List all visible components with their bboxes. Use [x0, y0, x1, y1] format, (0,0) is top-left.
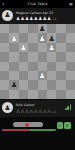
white-pawn[interactable]: ♟	[39, 71, 46, 80]
square-g7[interactable]	[56, 33, 65, 42]
white-pawn[interactable]: ♟	[39, 34, 46, 43]
square-d8[interactable]	[28, 24, 37, 33]
square-g3[interactable]	[56, 71, 65, 80]
vote-bar	[2, 129, 56, 132]
captured-overflow-label: +1	[52, 110, 56, 114]
approve-button[interactable]: ✓	[57, 122, 64, 129]
square-f5[interactable]	[47, 52, 56, 61]
page-title: Club Table	[10, 2, 65, 6]
square-f4[interactable]	[47, 62, 56, 71]
bottom-captured-tray: ♟♟♟♟♟♟♟♟+1	[16, 109, 57, 114]
square-b8[interactable]	[9, 24, 18, 33]
square-c7[interactable]	[19, 33, 28, 42]
back-icon[interactable]: ‹	[0, 0, 10, 8]
square-g8[interactable]	[56, 24, 65, 33]
square-a4[interactable]	[0, 62, 9, 71]
square-a1[interactable]	[0, 90, 9, 99]
square-d7[interactable]	[28, 33, 37, 42]
top-captured-tray: ♟♟♟♟♟♟♟♟+1	[16, 16, 57, 21]
captured-black-pawn-icon: ♟	[38, 109, 42, 114]
bottom-controls: ✓ ✗	[0, 117, 75, 135]
square-g1[interactable]	[56, 90, 65, 99]
black-pawn[interactable]: ♟	[48, 34, 55, 43]
square-c1[interactable]	[19, 90, 28, 99]
square-f8[interactable]	[47, 24, 56, 33]
captured-white-pawn-icon: ♟	[47, 16, 51, 21]
menu-icon[interactable]: ≡	[65, 0, 75, 8]
bottom-player-name: Nick Castor	[16, 103, 34, 107]
square-g5[interactable]	[56, 52, 65, 61]
square-f3[interactable]	[47, 71, 56, 80]
square-e6[interactable]	[38, 43, 47, 52]
square-e7[interactable]: ♟	[38, 33, 47, 42]
square-a2[interactable]	[0, 80, 9, 89]
square-a6[interactable]	[0, 43, 9, 52]
vote-bar-red	[2, 129, 30, 132]
square-a8[interactable]	[0, 24, 9, 33]
square-g6[interactable]	[56, 43, 65, 52]
square-d4[interactable]	[28, 62, 37, 71]
square-b5[interactable]	[9, 52, 18, 61]
captured-white-pawn-icon: ♟	[20, 16, 24, 21]
square-h4[interactable]	[66, 62, 75, 71]
square-f2[interactable]	[47, 80, 56, 89]
square-c3[interactable]	[19, 71, 28, 80]
square-a3[interactable]	[0, 71, 9, 80]
black-pawn[interactable]: ♟	[11, 80, 18, 89]
connection-signal-icon	[65, 104, 72, 110]
square-d3[interactable]	[28, 71, 37, 80]
square-h8[interactable]	[66, 24, 75, 33]
square-c2[interactable]	[19, 80, 28, 89]
square-h1[interactable]	[66, 90, 75, 99]
top-player-avatar: ♟	[2, 10, 13, 21]
square-g4[interactable]	[56, 62, 65, 71]
square-h2[interactable]	[66, 80, 75, 89]
square-b3[interactable]	[9, 71, 18, 80]
captured-black-pawn-icon: ♟	[29, 109, 33, 114]
square-f7[interactable]: ♟	[47, 33, 56, 42]
square-b7[interactable]: ♟	[9, 33, 18, 42]
square-e8[interactable]: ♟	[38, 24, 47, 33]
square-d5[interactable]	[28, 52, 37, 61]
square-c6[interactable]: ♟	[19, 43, 28, 52]
bottom-player-avatar: ♟	[2, 102, 13, 113]
square-d6[interactable]	[28, 43, 37, 52]
square-h7[interactable]	[66, 33, 75, 42]
captured-white-pawn-icon: ♟	[38, 16, 42, 21]
bottom-player-row: ♟ Nick Castor ♟♟♟♟♟♟♟♟+1	[0, 100, 75, 117]
square-d2[interactable]	[28, 80, 37, 89]
header-bar: ‹ Club Table ≡	[0, 0, 75, 8]
white-pawn[interactable]: ♟	[11, 34, 18, 43]
square-e2[interactable]	[38, 80, 47, 89]
square-b1[interactable]	[9, 90, 18, 99]
square-e1[interactable]	[38, 90, 47, 99]
square-c8[interactable]	[19, 24, 28, 33]
slider[interactable]	[13, 122, 43, 127]
square-c4[interactable]	[19, 62, 28, 71]
square-h5[interactable]	[66, 52, 75, 61]
square-b6[interactable]	[9, 43, 18, 52]
white-pawn[interactable]: ♟	[20, 43, 27, 52]
square-c5[interactable]	[19, 52, 28, 61]
white-pawn[interactable]: ♟	[48, 43, 55, 52]
captured-overflow-label: +1	[52, 17, 56, 21]
chess-board[interactable]: ♟♟♟♟♟♟♟♟	[0, 24, 75, 99]
top-player-name: Magnus Carlsen Apr 23	[16, 11, 53, 15]
square-e3[interactable]: ♟	[38, 71, 47, 80]
square-b2[interactable]: ♟	[9, 80, 18, 89]
square-a5[interactable]	[0, 52, 9, 61]
square-g2[interactable]	[56, 80, 65, 89]
captured-black-pawn-icon: ♟	[20, 109, 24, 114]
square-d1[interactable]	[28, 90, 37, 99]
captured-black-pawn-icon: ♟	[47, 109, 51, 114]
reject-button[interactable]: ✗	[64, 122, 71, 129]
square-e4[interactable]	[38, 62, 47, 71]
square-e5[interactable]	[38, 52, 47, 61]
square-b4[interactable]	[9, 62, 18, 71]
square-h3[interactable]	[66, 71, 75, 80]
captured-white-pawn-icon: ♟	[29, 16, 33, 21]
square-f6[interactable]: ♟	[47, 43, 56, 52]
vote-bar-green	[30, 129, 56, 132]
slider-knob[interactable]	[25, 123, 29, 127]
top-player-row: ♟ Magnus Carlsen Apr 23 ♟♟♟♟♟♟♟♟+1	[0, 8, 75, 24]
square-a7[interactable]	[0, 33, 9, 42]
black-pawn[interactable]: ♟	[39, 24, 46, 33]
square-h6[interactable]	[66, 43, 75, 52]
square-f1[interactable]	[47, 90, 56, 99]
